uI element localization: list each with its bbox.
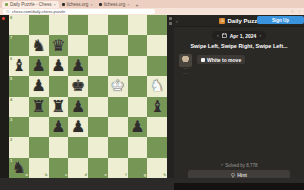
black-pawn-d4[interactable]: ♟ <box>71 98 85 114</box>
square-c1[interactable]: c <box>49 158 69 178</box>
square-b7[interactable]: ♞ <box>29 35 49 55</box>
square-g1[interactable]: g <box>128 158 148 178</box>
panel-bottom-strip <box>174 183 304 190</box>
square-b4[interactable]: ♜ <box>29 97 49 117</box>
puzzle-title: Swipe Left, Swipe Right, Swipe Left... <box>174 43 304 49</box>
daily-puzzle-panel: ‹ ♙ Daily Puzzle Sign Up ‹ Apr 1, 2024 ›… <box>174 15 304 183</box>
square-e1[interactable]: e <box>88 158 108 178</box>
composer-avatar[interactable] <box>179 54 192 67</box>
square-g4[interactable] <box>128 97 148 117</box>
square-b2[interactable] <box>29 137 49 157</box>
browser-window: Daily Puzzle - Chess × lichess.org × lic… <box>0 0 304 190</box>
square-a8[interactable]: 8 <box>9 15 29 35</box>
square-b6[interactable]: ♟ <box>29 56 49 76</box>
daily-puzzle-icon: ♙ <box>219 18 225 24</box>
square-a7[interactable]: 7 <box>9 35 29 55</box>
tab-title: lichess.org <box>104 2 126 7</box>
calendar-icon <box>222 33 227 38</box>
square-c6[interactable]: ♟ <box>49 56 69 76</box>
board-panel-gutter <box>167 15 174 178</box>
chesscom-favicon <box>5 3 8 6</box>
site-info-icon[interactable]: ⓘ <box>6 10 10 14</box>
browser-menu-icon[interactable]: ⋮ <box>297 10 301 14</box>
rank-label-2: 2 <box>10 138 12 142</box>
square-f1[interactable]: f <box>108 158 128 178</box>
tab-lichess-2[interactable]: lichess.org × <box>96 1 133 8</box>
rank-label-3: 3 <box>10 118 12 122</box>
resize-board-icon[interactable] <box>169 17 172 20</box>
square-d3[interactable]: ♟ <box>68 117 88 137</box>
square-g2[interactable] <box>128 137 148 157</box>
black-rook-b4[interactable]: ♜ <box>31 98 45 114</box>
square-f5[interactable]: ♚ <box>108 76 128 96</box>
tab-title: lichess.org <box>67 2 89 7</box>
black-knight-a1[interactable]: ♞ <box>12 159 26 175</box>
file-label-c: c <box>65 173 67 177</box>
address-bar-row: ⓘ chess.com/daily-chess-puzzle ☆ ⋮ <box>0 8 304 15</box>
square-d5[interactable]: ♚ <box>68 76 88 96</box>
file-label-d: d <box>85 173 87 177</box>
bookmark-star-icon[interactable]: ☆ <box>290 10 294 14</box>
square-c5[interactable] <box>49 76 69 96</box>
solved-by-text: Solved by 8,778 <box>225 163 257 168</box>
close-tab-icon[interactable]: × <box>54 2 56 7</box>
white-knight-h5[interactable]: ♞ <box>150 78 164 94</box>
square-c3[interactable]: ♟ <box>49 117 69 137</box>
square-d4[interactable]: ♟ <box>68 97 88 117</box>
rank-label-4: 4 <box>10 98 12 102</box>
square-d2[interactable] <box>68 137 88 157</box>
rank-label-7: 7 <box>10 36 12 40</box>
square-h2[interactable] <box>147 137 167 157</box>
square-c4[interactable]: ♜ <box>49 97 69 117</box>
square-h4[interactable]: ♝ <box>147 97 167 117</box>
square-e6[interactable] <box>88 56 108 76</box>
square-d7[interactable] <box>68 35 88 55</box>
url-field[interactable]: ⓘ chess.com/daily-chess-puzzle <box>3 9 155 14</box>
file-label-h: h <box>164 173 166 177</box>
square-d8[interactable] <box>68 15 88 35</box>
square-a1[interactable]: 1a♞ <box>9 158 29 178</box>
square-d1[interactable]: d <box>68 158 88 178</box>
board-settings-icon[interactable] <box>169 22 172 25</box>
rank-label-8: 8 <box>10 16 12 20</box>
square-f2[interactable] <box>108 137 128 157</box>
square-g7[interactable] <box>128 35 148 55</box>
square-b8[interactable] <box>29 15 49 35</box>
close-tab-icon[interactable]: × <box>127 2 129 7</box>
square-a5[interactable]: 5 <box>9 76 29 96</box>
lichess-favicon <box>62 3 65 6</box>
square-g5[interactable] <box>128 76 148 96</box>
black-knight-b7[interactable]: ♞ <box>31 37 45 53</box>
file-label-e: e <box>105 173 107 177</box>
black-bishop-a6[interactable]: ♝ <box>12 57 26 73</box>
composer-badge: ···· <box>183 68 188 72</box>
file-label-b: b <box>45 173 47 177</box>
date-navigation: ‹ Apr 1, 2024 › <box>212 31 266 40</box>
tab-daily-puzzle[interactable]: Daily Puzzle - Chess × <box>2 1 59 8</box>
square-e8[interactable] <box>88 15 108 35</box>
file-label-g: g <box>144 173 146 177</box>
black-pawn-c6[interactable]: ♟ <box>51 57 65 73</box>
square-e4[interactable] <box>88 97 108 117</box>
square-e2[interactable] <box>88 137 108 157</box>
square-h5[interactable]: ♞ <box>147 76 167 96</box>
white-king-f5[interactable]: ♚ <box>110 78 124 94</box>
square-e7[interactable] <box>88 35 108 55</box>
tab-strip: Daily Puzzle - Chess × lichess.org × lic… <box>0 0 304 8</box>
composer-row: ···· ····· White to move <box>178 54 300 76</box>
chess-board[interactable]: 87♞♛6♝♟♟♟5♟♚♚♞4♜♜♟♝3♟♟♟21a♞bcdefgh <box>9 15 167 178</box>
square-a6[interactable]: 6♝ <box>9 56 29 76</box>
black-king-d5[interactable]: ♚ <box>71 78 85 94</box>
black-queen-c7[interactable]: ♛ <box>51 37 65 53</box>
black-bishop-h4[interactable]: ♝ <box>150 98 164 114</box>
square-h6[interactable] <box>147 56 167 76</box>
notification-dot <box>2 17 5 20</box>
panel-header: ‹ ♙ Daily Puzzle Sign Up <box>174 15 304 27</box>
side-to-move-label: White to move <box>207 57 241 63</box>
square-h8[interactable] <box>147 15 167 35</box>
black-rook-c4[interactable]: ♜ <box>51 98 65 114</box>
square-b1[interactable]: b <box>29 158 49 178</box>
square-g6[interactable] <box>128 56 148 76</box>
rank-label-5: 5 <box>10 77 12 81</box>
square-f6[interactable] <box>108 56 128 76</box>
square-f7[interactable] <box>108 35 128 55</box>
square-c7[interactable]: ♛ <box>49 35 69 55</box>
square-g8[interactable] <box>128 15 148 35</box>
square-h3[interactable] <box>147 117 167 137</box>
black-pawn-c3[interactable]: ♟ <box>51 119 65 135</box>
square-e3[interactable] <box>88 117 108 137</box>
square-f8[interactable] <box>108 15 128 35</box>
sign-up-button[interactable]: Sign Up <box>257 16 304 24</box>
square-d6[interactable]: ♟ <box>68 56 88 76</box>
square-b5[interactable]: ♟ <box>29 76 49 96</box>
square-e5[interactable] <box>88 76 108 96</box>
solved-by-line: ✓ Solved by 8,778 <box>220 163 257 168</box>
file-label-f: f <box>125 173 126 177</box>
url-text: chess.com/daily-chess-puzzle <box>12 9 65 14</box>
puzzle-date[interactable]: Apr 1, 2024 <box>230 33 257 39</box>
black-pawn-g3[interactable]: ♟ <box>130 119 144 135</box>
check-icon: ✓ <box>220 163 223 167</box>
black-pawn-d6[interactable]: ♟ <box>71 57 85 73</box>
square-h1[interactable]: h <box>147 158 167 178</box>
square-a3[interactable]: 3 <box>9 117 29 137</box>
next-day-arrow[interactable]: › <box>259 33 261 38</box>
collapse-panel-icon[interactable]: ‹ <box>176 18 178 24</box>
lightbulb-icon <box>231 173 235 178</box>
square-g3[interactable]: ♟ <box>128 117 148 137</box>
prev-day-arrow[interactable]: ‹ <box>217 33 219 38</box>
square-c2[interactable] <box>49 137 69 157</box>
black-pawn-d3[interactable]: ♟ <box>71 119 85 135</box>
left-sidebar-rail <box>0 15 9 178</box>
side-to-move-chip: White to move <box>197 55 245 64</box>
square-f4[interactable] <box>108 97 128 117</box>
square-a2[interactable]: 2 <box>9 137 29 157</box>
square-c8[interactable] <box>49 15 69 35</box>
white-square-icon <box>201 58 205 62</box>
square-a4[interactable]: 4 <box>9 97 29 117</box>
close-tab-icon[interactable]: × <box>90 2 92 7</box>
square-f3[interactable] <box>108 117 128 137</box>
tab-lichess-1[interactable]: lichess.org × <box>59 1 96 8</box>
square-h7[interactable] <box>147 35 167 55</box>
tab-title: Daily Puzzle - Chess <box>10 2 52 7</box>
square-b3[interactable] <box>29 117 49 137</box>
black-pawn-b6[interactable]: ♟ <box>31 57 45 73</box>
black-pawn-b5[interactable]: ♟ <box>31 78 45 94</box>
lichess-favicon <box>99 3 102 6</box>
